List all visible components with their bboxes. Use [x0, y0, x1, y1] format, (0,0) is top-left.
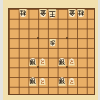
gold-kanji: 金: [69, 10, 75, 16]
silver-kanji: 銀: [59, 59, 65, 65]
piece-king-5a[interactable]: 王: [48, 9, 57, 18]
tokin-kanji: と: [40, 79, 45, 84]
star-point: [66, 37, 68, 39]
piece-tokin-3h[interactable]: と: [68, 78, 75, 85]
shogi-app-screen: 桂金王金桂歩銀と銀と銀と銀と: [0, 0, 100, 100]
king-kanji: 王: [49, 10, 55, 16]
star-point: [37, 66, 39, 68]
knight-kanji: 桂: [78, 10, 84, 16]
silver-kanji: 銀: [59, 79, 65, 85]
left-edge-strip: [0, 0, 3, 100]
star-point: [37, 37, 39, 39]
piece-gold-6a[interactable]: 金: [39, 9, 47, 18]
piece-tokin-3f[interactable]: と: [68, 58, 75, 65]
piece-silver-7h[interactable]: 銀: [29, 77, 37, 86]
piece-silver-7f[interactable]: 銀: [29, 58, 37, 67]
tokin-kanji: と: [69, 79, 74, 84]
tokin-kanji: と: [69, 60, 74, 65]
tokin-kanji: と: [40, 60, 45, 65]
piece-silver-4h[interactable]: 銀: [58, 77, 66, 86]
knight-kanji: 桂: [20, 10, 26, 16]
gold-kanji: 金: [40, 10, 46, 16]
piece-tokin-6h[interactable]: と: [39, 78, 46, 85]
silver-kanji: 銀: [30, 59, 36, 65]
pawn-kanji: 歩: [49, 39, 55, 45]
piece-tokin-6f[interactable]: と: [39, 58, 46, 65]
piece-knight-2a[interactable]: 桂: [77, 9, 85, 18]
piece-knight-8a[interactable]: 桂: [19, 9, 27, 18]
piece-pawn-5d[interactable]: 歩: [49, 39, 56, 47]
shogi-board[interactable]: 桂金王金桂歩銀と銀と銀と銀と: [8, 8, 96, 96]
silver-kanji: 銀: [30, 79, 36, 85]
piece-silver-4f[interactable]: 銀: [58, 58, 66, 67]
star-point: [66, 66, 68, 68]
right-edge-strip: [98, 0, 101, 100]
piece-gold-3a[interactable]: 金: [68, 9, 76, 18]
